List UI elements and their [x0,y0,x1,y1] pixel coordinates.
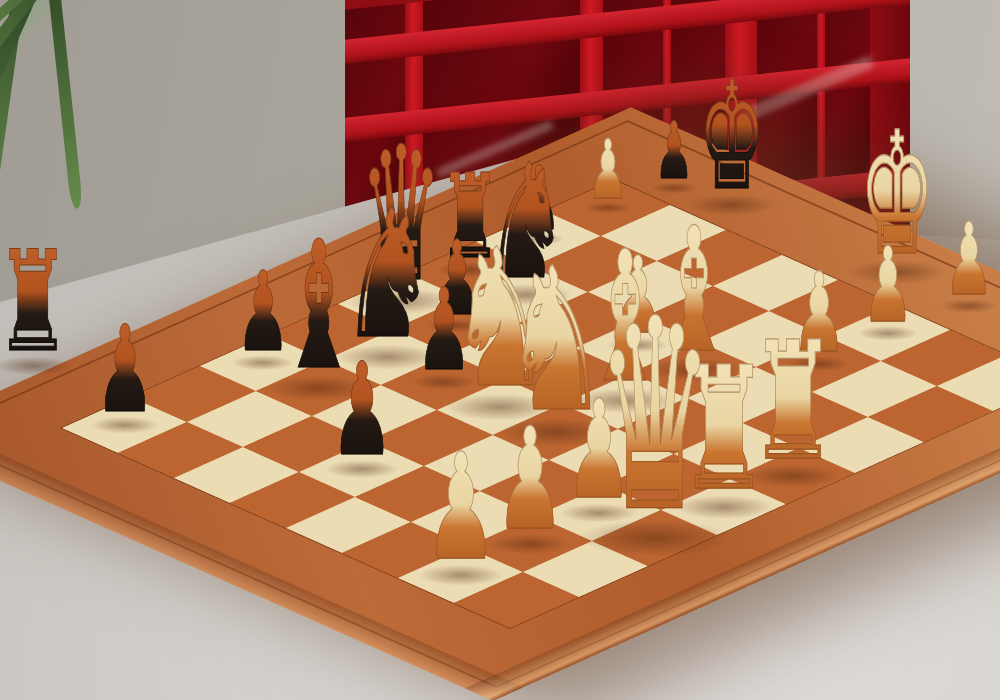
white-pawn-b2[interactable]: ♟ [495,409,565,550]
black-pawn-a8[interactable]: ♟ [95,310,154,430]
black-pawn-b5[interactable]: ♟ [330,346,393,474]
white-pawn-h8[interactable]: ♟ [587,129,627,211]
white-queen-c1[interactable]: ♛ [595,284,714,549]
black-pawn-offboard[interactable]: ♟ [654,112,693,191]
photo-scene: ♟♟♛♜♟♝♞♟♞♟♟♜♟♚♟♞♟♞♝♝♟♟♟♟♟♛♜♜♚♟ [0,0,1000,700]
white-pawn-a2[interactable]: ♟ [424,434,496,581]
black-rook-offboard[interactable]: ♜ [0,232,71,371]
black-king-offboard[interactable]: ♚ [698,62,765,211]
white-pawn-h3[interactable]: ♟ [862,233,913,337]
white-pawn-offboard[interactable]: ♟ [944,210,993,310]
